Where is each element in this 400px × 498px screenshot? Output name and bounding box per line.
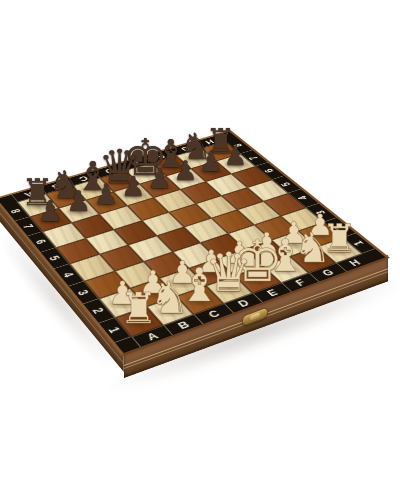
coordinate-label: 2 [333,224,347,231]
board-grid: ABCDEFGH8877665544332211ABCDEFGH [0,132,386,353]
coordinate-label: H [203,138,215,145]
coordinate-label: E [265,288,279,297]
coordinate-label: A [145,331,160,342]
coordinate-label: B [50,182,62,189]
coordinate-label: D [103,167,115,174]
chess-set-photo: ABCDEFGH8877665544332211ABCDEFGH ♜♞♟♝♟♚♟… [0,0,400,498]
coordinate-label: 6 [264,168,277,174]
coordinate-label: H [347,258,362,267]
coordinate-label: 5 [280,181,293,187]
coordinate-label: 4 [61,271,76,278]
coordinate-label: 3 [76,288,91,296]
coordinate-label: 1 [352,239,366,246]
coordinate-label: G [179,145,192,152]
coordinate-label: C [77,175,89,182]
coordinate-label: D [236,298,251,308]
coordinate-label: C [206,309,221,319]
coordinate-label: 7 [248,155,261,160]
coordinate-label: 8 [233,143,245,148]
coordinate-label: 7 [21,223,35,230]
chess-board: ABCDEFGH8877665544332211ABCDEFGH [0,130,390,356]
coordinate-label: 3 [314,209,327,215]
coordinate-label: A [22,190,34,198]
coordinate-label: E [129,160,141,167]
coordinate-label: B [176,320,191,330]
coordinate-label: F [155,152,166,158]
coordinate-label: 8 [9,208,22,214]
coordinate-label: 6 [34,238,48,245]
coordinate-label: F [293,278,307,287]
coordinate-label: 5 [47,254,61,261]
coordinate-label: 4 [297,195,310,201]
coordinate-label: 1 [106,326,122,334]
coordinate-label: G [320,268,336,277]
coordinate-label: 2 [91,307,106,315]
